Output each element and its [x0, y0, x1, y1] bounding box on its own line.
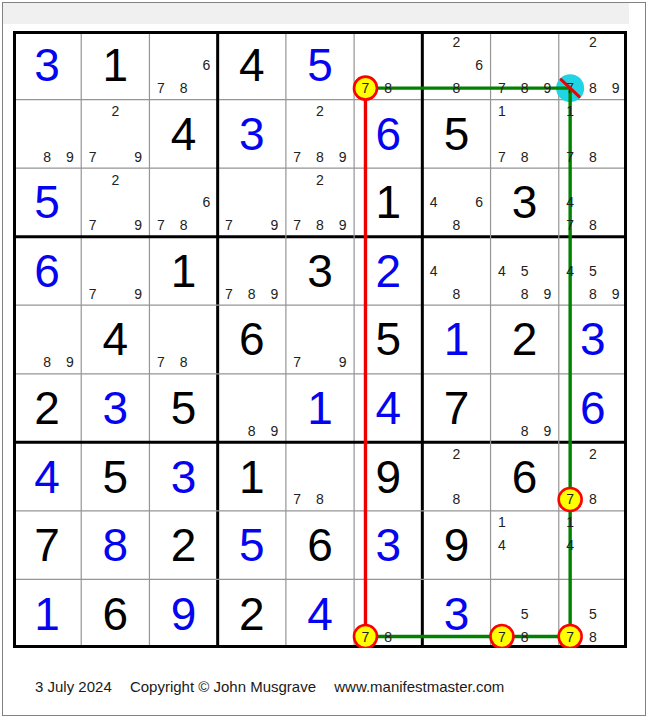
candidate-9: 9 — [66, 355, 74, 369]
cell-r3c5[interactable]: 2789 — [286, 168, 354, 237]
cell-r5c3[interactable]: 78 — [149, 305, 217, 374]
candidate-7: 7 — [362, 630, 370, 644]
candidate-7: 7 — [566, 218, 574, 232]
candidate-9: 9 — [543, 81, 551, 95]
candidate-9: 9 — [612, 287, 620, 301]
cell-r5c6[interactable]: 5 — [354, 305, 422, 374]
candidate-1: 1 — [498, 104, 506, 118]
candidate-8: 8 — [43, 150, 51, 164]
candidate-4: 4 — [430, 195, 438, 209]
cell-r5c8[interactable]: 2 — [491, 305, 559, 374]
given-digit: 5 — [103, 454, 129, 500]
cell-r4c2[interactable]: 79 — [81, 237, 149, 306]
footer-date: 3 July 2024 — [35, 678, 112, 695]
candidate-8: 8 — [248, 424, 256, 438]
given-digit: 5 — [171, 385, 197, 431]
cell-r3c3[interactable]: 678 — [149, 168, 217, 237]
given-digit: 2 — [34, 385, 60, 431]
candidate-8: 8 — [453, 287, 461, 301]
cell-r1c6[interactable]: 78 — [354, 31, 422, 100]
cell-r7c5[interactable]: 78 — [286, 442, 354, 511]
cell-r1c8[interactable]: 789 — [491, 31, 559, 100]
solved-digit: 4 — [34, 454, 60, 500]
cell-r7c1[interactable]: 4 — [13, 442, 81, 511]
given-digit: 7 — [34, 522, 60, 568]
cell-r8c9[interactable]: 14 — [559, 511, 627, 580]
solved-digit: 6 — [375, 111, 401, 157]
cell-r8c3[interactable]: 2 — [149, 511, 217, 580]
given-digit: 6 — [239, 316, 265, 362]
cell-r6c5[interactable]: 1 — [286, 374, 354, 443]
cell-r3c4[interactable]: 79 — [218, 168, 286, 237]
cell-r7c8[interactable]: 6 — [491, 442, 559, 511]
cell-r5c1[interactable]: 89 — [13, 305, 81, 374]
footer-copyright: Copyright © John Musgrave — [130, 678, 316, 695]
candidate-8: 8 — [521, 287, 529, 301]
cell-r9c6[interactable]: 78 — [354, 579, 422, 648]
candidate-8: 8 — [589, 81, 597, 95]
candidate-8: 8 — [521, 81, 529, 95]
candidate-9: 9 — [339, 150, 347, 164]
given-digit: 4 — [171, 111, 197, 157]
cell-r6c2[interactable]: 3 — [81, 374, 149, 443]
candidate-9: 9 — [66, 150, 74, 164]
cell-r8c4[interactable]: 5 — [218, 511, 286, 580]
candidate-2: 2 — [111, 173, 119, 187]
candidate-8: 8 — [521, 150, 529, 164]
candidate-1: 1 — [566, 515, 574, 529]
solved-digit: 4 — [375, 385, 401, 431]
given-digit: 5 — [444, 111, 470, 157]
candidate-7: 7 — [293, 492, 301, 506]
cell-r5c2[interactable]: 4 — [81, 305, 149, 374]
candidate-7: 7 — [566, 492, 574, 506]
cell-r2c8[interactable]: 178 — [491, 100, 559, 169]
footer-website: www.manifestmaster.com — [334, 678, 504, 695]
candidate-5: 5 — [589, 264, 597, 278]
given-digit: 6 — [307, 522, 333, 568]
solved-digit: 3 — [375, 522, 401, 568]
cell-r2c3[interactable]: 4 — [149, 100, 217, 169]
cell-r9c7[interactable]: 3 — [422, 579, 490, 648]
candidate-9: 9 — [134, 150, 142, 164]
solved-digit: 1 — [307, 385, 333, 431]
cell-r1c5[interactable]: 5 — [286, 31, 354, 100]
candidate-6: 6 — [202, 58, 210, 72]
candidate-8: 8 — [453, 492, 461, 506]
candidate-7: 7 — [566, 150, 574, 164]
candidate-9: 9 — [612, 81, 620, 95]
solved-digit: 3 — [239, 111, 265, 157]
solved-digit: 1 — [444, 316, 470, 362]
cell-r3c7[interactable]: 468 — [422, 168, 490, 237]
cell-r7c4[interactable]: 1 — [218, 442, 286, 511]
candidate-8: 8 — [521, 630, 529, 644]
candidate-7: 7 — [225, 287, 233, 301]
candidate-4: 4 — [566, 195, 574, 209]
cell-r8c1[interactable]: 7 — [13, 511, 81, 580]
solved-digit: 6 — [580, 385, 606, 431]
solved-digit: 3 — [171, 454, 197, 500]
candidate-6: 6 — [475, 195, 483, 209]
solved-digit: 3 — [34, 42, 60, 88]
cell-r8c8[interactable]: 14 — [491, 511, 559, 580]
candidate-7: 7 — [89, 218, 97, 232]
cell-r1c7[interactable]: 268 — [422, 31, 490, 100]
cell-r9c8[interactable]: 578 — [491, 579, 559, 648]
candidate-7: 7 — [157, 81, 165, 95]
candidate-8: 8 — [589, 218, 597, 232]
candidate-7: 7 — [293, 355, 301, 369]
candidate-8: 8 — [453, 81, 461, 95]
candidate-7: 7 — [566, 630, 574, 644]
candidate-7: 7 — [498, 150, 506, 164]
candidate-9: 9 — [134, 218, 142, 232]
sudoku-board: 3167845782687892789892794327896517817852… — [13, 31, 627, 648]
cell-r6c6[interactable]: 4 — [354, 374, 422, 443]
candidate-9: 9 — [271, 424, 279, 438]
solved-digit: 2 — [375, 248, 401, 294]
solved-digit: 3 — [103, 385, 129, 431]
candidate-7: 7 — [157, 218, 165, 232]
cell-r7c6[interactable]: 9 — [354, 442, 422, 511]
candidate-6: 6 — [475, 58, 483, 72]
candidate-7: 7 — [566, 81, 574, 95]
candidate-5: 5 — [589, 607, 597, 621]
cell-r5c4[interactable]: 6 — [218, 305, 286, 374]
given-digit: 1 — [375, 179, 401, 225]
candidate-1: 1 — [498, 515, 506, 529]
candidate-8: 8 — [589, 630, 597, 644]
candidate-9: 9 — [271, 287, 279, 301]
solved-digit: 6 — [34, 248, 60, 294]
given-digit: 5 — [375, 316, 401, 362]
candidate-8: 8 — [521, 424, 529, 438]
candidate-4: 4 — [430, 264, 438, 278]
candidate-7: 7 — [157, 355, 165, 369]
candidate-6: 6 — [202, 195, 210, 209]
cell-r4c5[interactable]: 3 — [286, 237, 354, 306]
candidate-8: 8 — [589, 150, 597, 164]
cell-r7c3[interactable]: 3 — [149, 442, 217, 511]
cell-r5c7[interactable]: 1 — [422, 305, 490, 374]
candidate-7: 7 — [498, 81, 506, 95]
cell-r2c7[interactable]: 5 — [422, 100, 490, 169]
cell-r6c1[interactable]: 2 — [13, 374, 81, 443]
candidate-2: 2 — [111, 104, 119, 118]
candidate-2: 2 — [316, 173, 324, 187]
cell-r9c9[interactable]: 578 — [559, 579, 627, 648]
cell-r9c5[interactable]: 4 — [286, 579, 354, 648]
cell-r2c4[interactable]: 3 — [218, 100, 286, 169]
candidate-8: 8 — [316, 218, 324, 232]
cell-r4c4[interactable]: 789 — [218, 237, 286, 306]
solved-digit: 4 — [307, 591, 333, 637]
given-digit: 9 — [375, 454, 401, 500]
solved-digit: 8 — [103, 522, 129, 568]
cell-r1c1[interactable]: 3 — [13, 31, 81, 100]
cell-r8c2[interactable]: 8 — [81, 511, 149, 580]
candidate-2: 2 — [453, 35, 461, 49]
given-digit: 9 — [444, 522, 470, 568]
candidate-5: 5 — [521, 264, 529, 278]
given-digit: 3 — [512, 179, 538, 225]
cell-r3c2[interactable]: 279 — [81, 168, 149, 237]
cell-r3c1[interactable]: 5 — [13, 168, 81, 237]
cell-r6c9[interactable]: 6 — [559, 374, 627, 443]
candidate-2: 2 — [453, 447, 461, 461]
given-digit: 2 — [171, 522, 197, 568]
candidate-8: 8 — [316, 150, 324, 164]
cell-r4c1[interactable]: 6 — [13, 237, 81, 306]
given-digit: 3 — [307, 248, 333, 294]
solved-digit: 5 — [34, 179, 60, 225]
cell-r1c3[interactable]: 678 — [149, 31, 217, 100]
cell-r2c1[interactable]: 89 — [13, 100, 81, 169]
cell-r6c4[interactable]: 89 — [218, 374, 286, 443]
cell-r3c8[interactable]: 3 — [491, 168, 559, 237]
candidate-8: 8 — [316, 492, 324, 506]
solved-digit: 3 — [580, 316, 606, 362]
candidate-2: 2 — [316, 104, 324, 118]
candidate-7: 7 — [362, 81, 370, 95]
cell-r4c8[interactable]: 4589 — [491, 237, 559, 306]
candidate-1: 1 — [566, 104, 574, 118]
candidate-2: 2 — [589, 447, 597, 461]
given-digit: 4 — [103, 316, 129, 362]
solved-digit: 5 — [239, 522, 265, 568]
candidate-8: 8 — [248, 287, 256, 301]
cell-r2c5[interactable]: 2789 — [286, 100, 354, 169]
candidate-4: 4 — [566, 538, 574, 552]
cell-r8c5[interactable]: 6 — [286, 511, 354, 580]
candidate-4: 4 — [498, 264, 506, 278]
cell-r4c9[interactable]: 4589 — [559, 237, 627, 306]
candidate-8: 8 — [589, 287, 597, 301]
cell-r6c3[interactable]: 5 — [149, 374, 217, 443]
cell-r4c6[interactable]: 2 — [354, 237, 422, 306]
candidate-8: 8 — [43, 355, 51, 369]
cell-r1c2[interactable]: 1 — [81, 31, 149, 100]
candidate-8: 8 — [384, 630, 392, 644]
candidate-9: 9 — [271, 218, 279, 232]
candidate-2: 2 — [589, 35, 597, 49]
candidate-7: 7 — [225, 218, 233, 232]
cell-r9c4[interactable]: 2 — [218, 579, 286, 648]
cell-r2c2[interactable]: 279 — [81, 100, 149, 169]
cell-r9c1[interactable]: 1 — [13, 579, 81, 648]
cell-r5c9[interactable]: 3 — [559, 305, 627, 374]
cell-r7c9[interactable]: 278 — [559, 442, 627, 511]
candidate-7: 7 — [293, 218, 301, 232]
candidate-5: 5 — [521, 607, 529, 621]
given-digit: 2 — [239, 591, 265, 637]
cell-r8c7[interactable]: 9 — [422, 511, 490, 580]
screenshot-page: 3167845782687892789892794327896517817852… — [0, 0, 650, 720]
candidate-9: 9 — [543, 424, 551, 438]
candidate-8: 8 — [453, 218, 461, 232]
given-digit: 6 — [103, 591, 129, 637]
candidate-9: 9 — [339, 355, 347, 369]
candidate-7: 7 — [293, 150, 301, 164]
cell-r2c9[interactable]: 178 — [559, 100, 627, 169]
cell-r1c9[interactable]: 2789 — [559, 31, 627, 100]
window-titlebar-strip — [3, 3, 629, 24]
given-digit: 6 — [512, 454, 538, 500]
candidate-8: 8 — [589, 492, 597, 506]
given-digit: 1 — [239, 454, 265, 500]
candidate-8: 8 — [384, 81, 392, 95]
given-digit: 7 — [444, 385, 470, 431]
solved-digit: 9 — [171, 591, 197, 637]
cell-r3c9[interactable]: 478 — [559, 168, 627, 237]
candidate-8: 8 — [180, 218, 188, 232]
solved-digit: 3 — [444, 591, 470, 637]
cell-r9c3[interactable]: 9 — [149, 579, 217, 648]
footer: 3 July 2024 Copyright © John Musgrave ww… — [35, 678, 518, 695]
cell-r6c7[interactable]: 7 — [422, 374, 490, 443]
solved-digit: 5 — [307, 42, 333, 88]
cell-r3c6[interactable]: 1 — [354, 168, 422, 237]
cell-r4c7[interactable]: 48 — [422, 237, 490, 306]
candidate-8: 8 — [180, 355, 188, 369]
cell-r9c2[interactable]: 6 — [81, 579, 149, 648]
candidate-7: 7 — [498, 630, 506, 644]
cell-r4c3[interactable]: 1 — [149, 237, 217, 306]
given-digit: 4 — [239, 42, 265, 88]
candidate-8: 8 — [180, 81, 188, 95]
candidate-4: 4 — [566, 264, 574, 278]
cell-r6c8[interactable]: 89 — [491, 374, 559, 443]
candidate-9: 9 — [543, 287, 551, 301]
solved-digit: 1 — [34, 591, 60, 637]
cell-r2c6[interactable]: 6 — [354, 100, 422, 169]
cell-r7c2[interactable]: 5 — [81, 442, 149, 511]
given-digit: 1 — [103, 42, 129, 88]
cell-r8c6[interactable]: 3 — [354, 511, 422, 580]
cells-layer: 3167845782687892789892794327896517817852… — [13, 31, 627, 648]
cell-r1c4[interactable]: 4 — [218, 31, 286, 100]
cell-r5c5[interactable]: 79 — [286, 305, 354, 374]
candidate-4: 4 — [498, 538, 506, 552]
candidate-9: 9 — [134, 287, 142, 301]
given-digit: 2 — [512, 316, 538, 362]
candidate-7: 7 — [89, 150, 97, 164]
candidate-9: 9 — [339, 218, 347, 232]
given-digit: 1 — [171, 248, 197, 294]
cell-r7c7[interactable]: 28 — [422, 442, 490, 511]
candidate-7: 7 — [89, 287, 97, 301]
